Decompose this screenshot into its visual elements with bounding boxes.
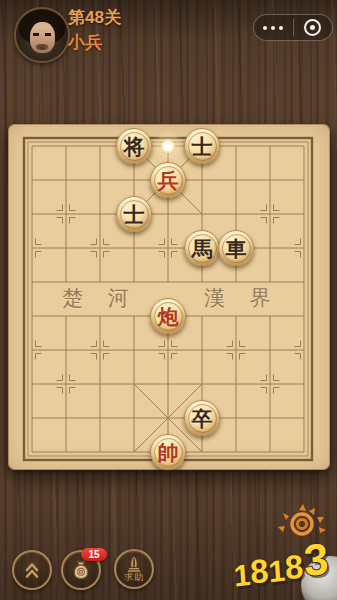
river-label-right: 漢 界 bbox=[204, 284, 280, 312]
avatar-face bbox=[30, 22, 55, 53]
xiangqi-board[interactable]: 楚 河 漢 界 将士兵士馬車炮卒帥 bbox=[8, 124, 330, 470]
last-move-marker bbox=[159, 137, 177, 155]
top-bar: 第48关 小兵 bbox=[0, 0, 337, 64]
close-home-button[interactable] bbox=[294, 19, 333, 36]
piece-red-帥[interactable]: 帥 bbox=[150, 434, 186, 470]
piece-red-兵[interactable]: 兵 bbox=[150, 162, 186, 198]
chevrons-up-icon bbox=[20, 558, 44, 582]
home-icon bbox=[304, 19, 321, 36]
menu-button[interactable] bbox=[12, 550, 52, 590]
bottom-bar: 15 求助 bbox=[0, 544, 337, 600]
piece-black-士[interactable]: 士 bbox=[116, 196, 152, 232]
level-title: 第48关 bbox=[68, 9, 121, 26]
level-rank: 小兵 bbox=[68, 34, 121, 51]
sun-doodle-icon bbox=[275, 504, 327, 548]
player-avatar bbox=[14, 7, 70, 63]
piece-red-炮[interactable]: 炮 bbox=[150, 298, 186, 334]
ask-help-label: 求助 bbox=[124, 573, 144, 582]
wechat-capsule bbox=[253, 14, 333, 41]
piece-black-卒[interactable]: 卒 bbox=[184, 400, 220, 436]
piece-black-馬[interactable]: 馬 bbox=[184, 230, 220, 266]
app-screen: 第48关 小兵 楚 河 漢 界 将士兵士馬車炮卒帥 bbox=[0, 0, 337, 600]
hint-count-badge: 15 bbox=[81, 548, 107, 561]
more-button[interactable] bbox=[254, 26, 293, 30]
hint-bag-button[interactable]: 15 bbox=[61, 550, 101, 590]
more-icon bbox=[263, 26, 267, 30]
level-info: 第48关 小兵 bbox=[68, 9, 121, 51]
ask-help-button[interactable]: 求助 bbox=[114, 549, 154, 589]
more-icon bbox=[271, 26, 275, 30]
piece-black-車[interactable]: 車 bbox=[218, 230, 254, 266]
river-label-left: 楚 河 bbox=[62, 284, 138, 312]
piece-black-士[interactable]: 士 bbox=[184, 128, 220, 164]
piece-black-将[interactable]: 将 bbox=[116, 128, 152, 164]
more-icon bbox=[279, 26, 283, 30]
